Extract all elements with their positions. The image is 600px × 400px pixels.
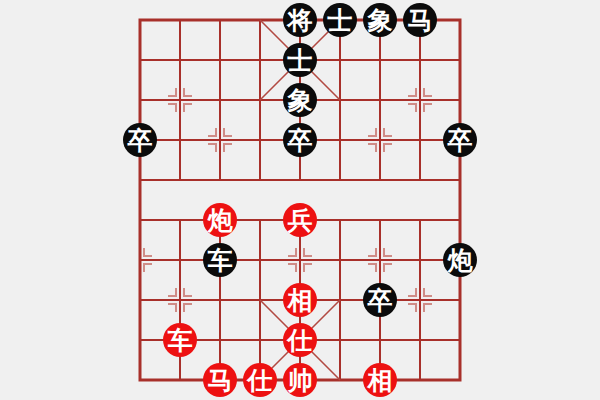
red-general[interactable]: 帅 xyxy=(283,363,317,397)
piece-char: 将 xyxy=(288,8,313,33)
piece-char: 仕 xyxy=(288,328,313,353)
red-advisor[interactable]: 仕 xyxy=(243,363,277,397)
black-elephant[interactable]: 象 xyxy=(283,83,317,117)
black-elephant[interactable]: 象 xyxy=(363,3,397,37)
piece-char: 卒 xyxy=(288,128,313,153)
piece-char: 卒 xyxy=(368,288,393,313)
black-general[interactable]: 将 xyxy=(283,3,317,37)
piece-char: 卒 xyxy=(128,128,153,153)
piece-char: 兵 xyxy=(288,208,313,233)
red-elephant[interactable]: 相 xyxy=(283,283,317,317)
red-horse[interactable]: 马 xyxy=(203,363,237,397)
red-cannon[interactable]: 炮 xyxy=(203,203,237,237)
black-advisor[interactable]: 士 xyxy=(323,3,357,37)
piece-char: 车 xyxy=(168,328,193,353)
black-soldier[interactable]: 卒 xyxy=(443,123,477,157)
piece-char: 仕 xyxy=(248,368,273,393)
piece-char: 车 xyxy=(208,248,233,273)
piece-char: 相 xyxy=(368,368,393,393)
piece-char: 马 xyxy=(208,368,233,393)
piece-char: 象 xyxy=(288,88,313,113)
piece-char: 帅 xyxy=(288,368,313,393)
piece-char: 炮 xyxy=(448,248,473,273)
red-soldier[interactable]: 兵 xyxy=(283,203,317,237)
black-horse[interactable]: 马 xyxy=(403,3,437,37)
pieces-grid[interactable]: 将士象马士象卒卒卒炮兵车炮相卒车仕马仕帅相 xyxy=(120,0,480,400)
red-chariot[interactable]: 车 xyxy=(163,323,197,357)
black-chariot[interactable]: 车 xyxy=(203,243,237,277)
black-soldier[interactable]: 卒 xyxy=(363,283,397,317)
black-soldier[interactable]: 卒 xyxy=(123,123,157,157)
piece-char: 士 xyxy=(288,48,313,73)
red-advisor[interactable]: 仕 xyxy=(283,323,317,357)
piece-char: 马 xyxy=(408,8,433,33)
red-elephant[interactable]: 相 xyxy=(363,363,397,397)
piece-char: 士 xyxy=(328,8,353,33)
black-soldier[interactable]: 卒 xyxy=(283,123,317,157)
piece-char: 卒 xyxy=(448,128,473,153)
piece-char: 炮 xyxy=(208,208,233,233)
black-cannon[interactable]: 炮 xyxy=(443,243,477,277)
xiangqi-board[interactable]: 将士象马士象卒卒卒炮兵车炮相卒车仕马仕帅相 xyxy=(0,0,600,400)
piece-char: 象 xyxy=(368,8,393,33)
black-advisor[interactable]: 士 xyxy=(283,43,317,77)
piece-char: 相 xyxy=(288,288,313,313)
